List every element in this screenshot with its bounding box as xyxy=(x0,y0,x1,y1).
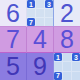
cell-r3c3-candidates: 137 xyxy=(54,53,80,80)
cell-r1c2-empty-slot xyxy=(45,9,53,17)
cell-r1c3-value: 2 xyxy=(60,0,74,25)
cell-r1c2[interactable]: 137 xyxy=(27,0,54,27)
cell-r3c3-empty-slot xyxy=(72,72,80,80)
cell-r3c1-value: 5 xyxy=(6,54,20,79)
cell-r3c3-empty-slot xyxy=(63,62,71,70)
cell-r1c2-empty-slot xyxy=(36,18,44,26)
sudoku-board: 6137274859137 xyxy=(0,0,80,80)
cell-r3c2-value: 9 xyxy=(33,54,47,79)
cell-r1c2-empty-slot xyxy=(27,9,35,17)
cell-r3c3[interactable]: 137 xyxy=(54,53,80,80)
cell-r3c3-candidate-7: 7 xyxy=(54,72,62,80)
cell-r1c2-empty-slot xyxy=(45,18,53,26)
cell-r3c3-empty-slot xyxy=(54,62,62,70)
cell-r3c3-empty-slot xyxy=(63,53,71,61)
cell-r3c2[interactable]: 9 xyxy=(27,53,54,80)
cell-r2c3-value: 8 xyxy=(60,27,74,52)
cell-r2c1[interactable]: 7 xyxy=(0,27,27,53)
cell-r3c3-candidate-1: 1 xyxy=(54,53,62,61)
cell-r1c2-candidate-3: 3 xyxy=(45,0,53,8)
cell-r1c2-empty-slot xyxy=(36,0,44,8)
cell-r1c1[interactable]: 6 xyxy=(0,0,27,27)
cell-r1c1-value: 6 xyxy=(6,0,20,25)
cell-r3c3-empty-slot xyxy=(72,62,80,70)
cell-r1c2-candidate-7: 7 xyxy=(27,18,35,26)
cell-r1c2-candidates: 137 xyxy=(27,0,53,26)
cell-r3c3-candidate-3: 3 xyxy=(72,53,80,61)
cell-r1c3[interactable]: 2 xyxy=(54,0,80,27)
cell-r1c2-empty-slot xyxy=(36,9,44,17)
cell-r3c3-empty-slot xyxy=(63,72,71,80)
cell-r1c2-candidate-1: 1 xyxy=(27,0,35,8)
cell-r2c1-value: 7 xyxy=(6,27,20,52)
cell-r2c2[interactable]: 4 xyxy=(27,27,54,53)
cell-r2c3[interactable]: 8 xyxy=(54,27,80,53)
cell-r3c1[interactable]: 5 xyxy=(0,53,27,80)
cell-r2c2-value: 4 xyxy=(33,27,47,52)
